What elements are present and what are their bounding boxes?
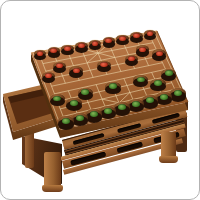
piece-paint	[147, 31, 154, 36]
piece-paint	[109, 83, 117, 88]
pieces-layer	[0, 0, 200, 200]
piece-paint	[70, 100, 78, 106]
piece-paint	[53, 96, 61, 101]
piece-paint	[128, 56, 135, 61]
piece-paint	[105, 38, 112, 43]
piece-red-advisor[interactable]	[75, 42, 88, 50]
piece-paint	[154, 80, 162, 86]
piece-red-soldier[interactable]	[97, 61, 111, 70]
piece-paint	[132, 101, 141, 107]
piece-red-chariot[interactable]	[144, 30, 157, 38]
piece-paint	[81, 89, 89, 94]
piece-red-elephant[interactable]	[61, 45, 74, 53]
piece-paint	[146, 97, 155, 103]
piece-red-general[interactable]	[89, 40, 102, 48]
piece-paint	[160, 94, 169, 100]
piece-red-advisor[interactable]	[103, 37, 116, 45]
piece-red-elephant[interactable]	[116, 35, 129, 43]
piece-red-cannon[interactable]	[136, 45, 149, 53]
piece-paint	[118, 104, 127, 110]
piece-paint	[133, 33, 140, 38]
piece-paint	[73, 68, 80, 73]
piece-red-soldier[interactable]	[42, 72, 56, 81]
piece-red-cannon[interactable]	[53, 62, 66, 70]
piece-paint	[56, 63, 63, 68]
piece-paint	[104, 108, 113, 114]
piece-paint	[119, 36, 126, 41]
product-photo-card	[0, 0, 200, 200]
piece-paint	[139, 47, 146, 52]
piece-paint	[174, 90, 183, 96]
piece-green-cannon[interactable]	[66, 98, 82, 108]
piece-paint	[100, 62, 107, 67]
piece-red-soldier[interactable]	[152, 49, 166, 58]
piece-red-chariot[interactable]	[34, 50, 47, 58]
piece-green-soldier[interactable]	[161, 69, 176, 78]
piece-paint	[78, 43, 85, 48]
piece-paint	[64, 46, 71, 51]
piece-green-soldier[interactable]	[50, 94, 65, 103]
piece-paint	[92, 41, 99, 46]
piece-paint	[137, 77, 145, 82]
piece-red-horse[interactable]	[130, 32, 143, 40]
piece-paint	[156, 51, 163, 56]
piece-green-cannon[interactable]	[150, 79, 166, 89]
piece-red-soldier[interactable]	[69, 66, 83, 75]
piece-paint	[45, 73, 52, 78]
piece-paint	[165, 70, 173, 75]
piece-green-chariot[interactable]	[58, 116, 75, 126]
piece-paint	[90, 111, 99, 117]
piece-paint	[37, 51, 44, 56]
piece-paint	[76, 115, 85, 121]
piece-green-soldier[interactable]	[105, 82, 120, 91]
piece-green-soldier[interactable]	[78, 88, 93, 97]
piece-paint	[50, 48, 57, 53]
piece-red-soldier[interactable]	[125, 55, 139, 64]
piece-paint	[62, 118, 71, 124]
piece-red-horse[interactable]	[48, 47, 61, 55]
piece-green-soldier[interactable]	[133, 75, 148, 84]
